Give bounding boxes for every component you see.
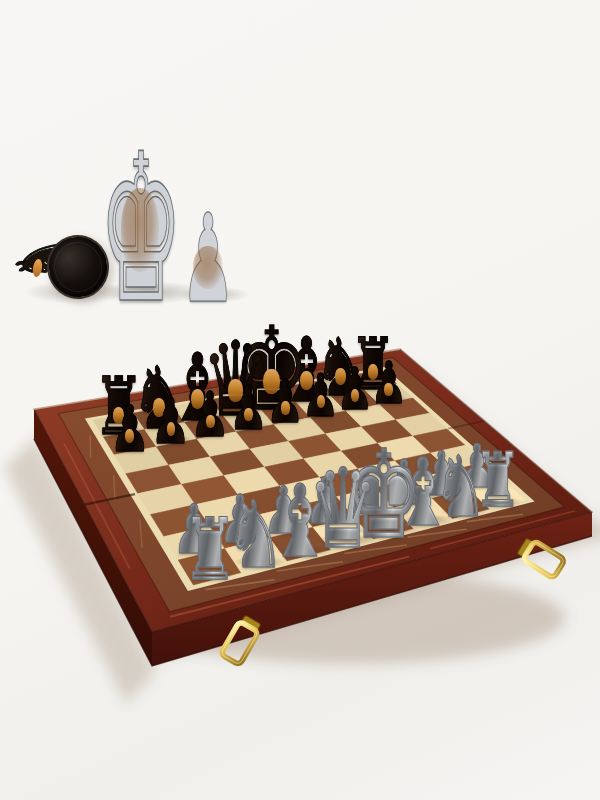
chess-set-photo: ♚ ♟ ♞ ♜♞♝♟♚♟♛♟♝♟♞♟♜♟♟♟♟♟♟♜♟♞♟♝♟♚♟♛♟♝♞♜ [0, 0, 600, 800]
chess-board [0, 0, 600, 800]
